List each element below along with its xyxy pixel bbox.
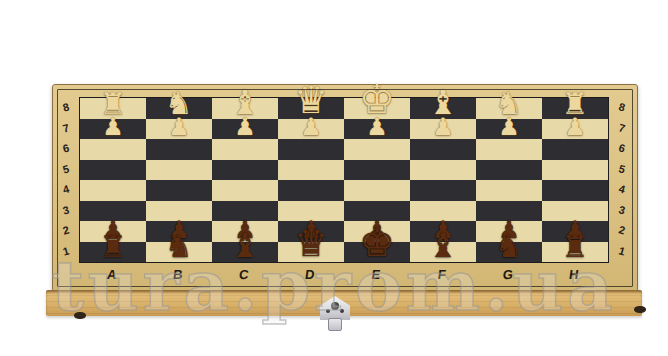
square-b7: ♟ <box>146 119 212 140</box>
square-d5 <box>278 160 344 181</box>
square-h5 <box>542 160 608 181</box>
board-foot-left <box>74 312 86 319</box>
square-h2: ♟ <box>542 221 608 242</box>
square-c5 <box>212 160 278 181</box>
file-label-f: F <box>407 262 476 286</box>
piece-black-pawn: ♟ <box>300 218 322 242</box>
piece-black-pawn: ♟ <box>234 218 256 242</box>
square-f8: ♝ <box>410 98 476 119</box>
square-d8: ♛ <box>278 98 344 119</box>
square-e3 <box>344 201 410 222</box>
square-h8: ♜ <box>542 98 608 119</box>
square-h3 <box>542 201 608 222</box>
square-f4 <box>410 180 476 201</box>
square-f7: ♟ <box>410 119 476 140</box>
piece-black-pawn: ♟ <box>102 218 124 242</box>
piece-white-rook: ♜ <box>100 89 127 119</box>
square-c3 <box>212 201 278 222</box>
file-label-a: A <box>77 262 146 286</box>
latch-hasp <box>328 318 342 331</box>
chess-board: 87654321 ♜♞♝♛♚♝♞♜♟♟♟♟♟♟♟♟♟♟♟♟♟♟♟♟♜♞♝♛♚♝♞… <box>52 84 638 292</box>
file-label-c: C <box>209 262 278 286</box>
square-e8: ♚ <box>344 98 410 119</box>
square-d3 <box>278 201 344 222</box>
piece-white-pawn: ♟ <box>168 115 190 139</box>
piece-white-bishop: ♝ <box>230 85 260 119</box>
square-c8: ♝ <box>212 98 278 119</box>
piece-black-pawn: ♟ <box>366 218 388 242</box>
square-a3 <box>80 201 146 222</box>
piece-black-pawn: ♟ <box>564 218 586 242</box>
square-b8: ♞ <box>146 98 212 119</box>
square-g8: ♞ <box>476 98 542 119</box>
square-h6 <box>542 139 608 160</box>
square-a5 <box>80 160 146 181</box>
file-label-g: G <box>473 262 542 286</box>
square-a7: ♟ <box>80 119 146 140</box>
board-foot-right <box>634 306 646 313</box>
product-photo-canvas: 87654321 ♜♞♝♛♚♝♞♜♟♟♟♟♟♟♟♟♟♟♟♟♟♟♟♟♜♞♝♛♚♝♞… <box>0 0 668 356</box>
square-d6 <box>278 139 344 160</box>
square-c2: ♟ <box>212 221 278 242</box>
square-f6 <box>410 139 476 160</box>
piece-black-pawn: ♟ <box>168 218 190 242</box>
square-b1: ♞ <box>146 242 212 263</box>
piece-white-bishop: ♝ <box>428 85 458 119</box>
square-d2: ♟ <box>278 221 344 242</box>
file-label-h: H <box>539 262 608 286</box>
rank-labels-right: 87654321 <box>607 97 637 261</box>
piece-white-pawn: ♟ <box>564 115 586 139</box>
square-a4 <box>80 180 146 201</box>
square-g2: ♟ <box>476 221 542 242</box>
piece-white-pawn: ♟ <box>498 115 520 139</box>
piece-white-pawn: ♟ <box>300 115 322 139</box>
square-c1: ♝ <box>212 242 278 263</box>
square-b5 <box>146 160 212 181</box>
file-label-d: D <box>275 262 344 286</box>
square-g7: ♟ <box>476 119 542 140</box>
square-c4 <box>212 180 278 201</box>
square-f2: ♟ <box>410 221 476 242</box>
piece-white-pawn: ♟ <box>432 115 454 139</box>
square-g4 <box>476 180 542 201</box>
square-a1: ♜ <box>80 242 146 263</box>
square-f3 <box>410 201 476 222</box>
file-labels: ABCDEFGH <box>79 262 607 286</box>
square-f1: ♝ <box>410 242 476 263</box>
piece-white-pawn: ♟ <box>102 115 124 139</box>
square-d4 <box>278 180 344 201</box>
square-g1: ♞ <box>476 242 542 263</box>
square-g5 <box>476 160 542 181</box>
piece-white-king: ♚ <box>359 79 395 119</box>
latch-screw-icon <box>340 309 344 313</box>
piece-black-pawn: ♟ <box>498 218 520 242</box>
squares-grid: ♜♞♝♛♚♝♞♜♟♟♟♟♟♟♟♟♟♟♟♟♟♟♟♟♜♞♝♛♚♝♞♜ <box>79 97 609 263</box>
square-d1: ♛ <box>278 242 344 263</box>
square-b2: ♟ <box>146 221 212 242</box>
file-label-e: E <box>341 262 410 286</box>
square-h7: ♟ <box>542 119 608 140</box>
piece-white-rook: ♜ <box>562 89 589 119</box>
square-h1: ♜ <box>542 242 608 263</box>
square-b6 <box>146 139 212 160</box>
square-e6 <box>344 139 410 160</box>
piece-white-knight: ♞ <box>165 88 193 119</box>
piece-white-pawn: ♟ <box>234 115 256 139</box>
latch-screw-icon <box>326 309 330 313</box>
square-e2: ♟ <box>344 221 410 242</box>
square-g3 <box>476 201 542 222</box>
file-label-b: B <box>143 262 212 286</box>
square-e5 <box>344 160 410 181</box>
square-h4 <box>542 180 608 201</box>
square-a8: ♜ <box>80 98 146 119</box>
square-c7: ♟ <box>212 119 278 140</box>
square-d7: ♟ <box>278 119 344 140</box>
square-f5 <box>410 160 476 181</box>
square-e4 <box>344 180 410 201</box>
square-c6 <box>212 139 278 160</box>
square-a2: ♟ <box>80 221 146 242</box>
latch-cam <box>331 302 339 310</box>
square-b4 <box>146 180 212 201</box>
square-a6 <box>80 139 146 160</box>
piece-white-knight: ♞ <box>495 88 523 119</box>
rank-labels-left: 87654321 <box>53 97 79 261</box>
piece-black-pawn: ♟ <box>432 218 454 242</box>
piece-white-queen: ♛ <box>294 81 328 119</box>
square-b3 <box>146 201 212 222</box>
square-g6 <box>476 139 542 160</box>
square-e1: ♚ <box>344 242 410 263</box>
square-e7: ♟ <box>344 119 410 140</box>
piece-white-pawn: ♟ <box>366 115 388 139</box>
